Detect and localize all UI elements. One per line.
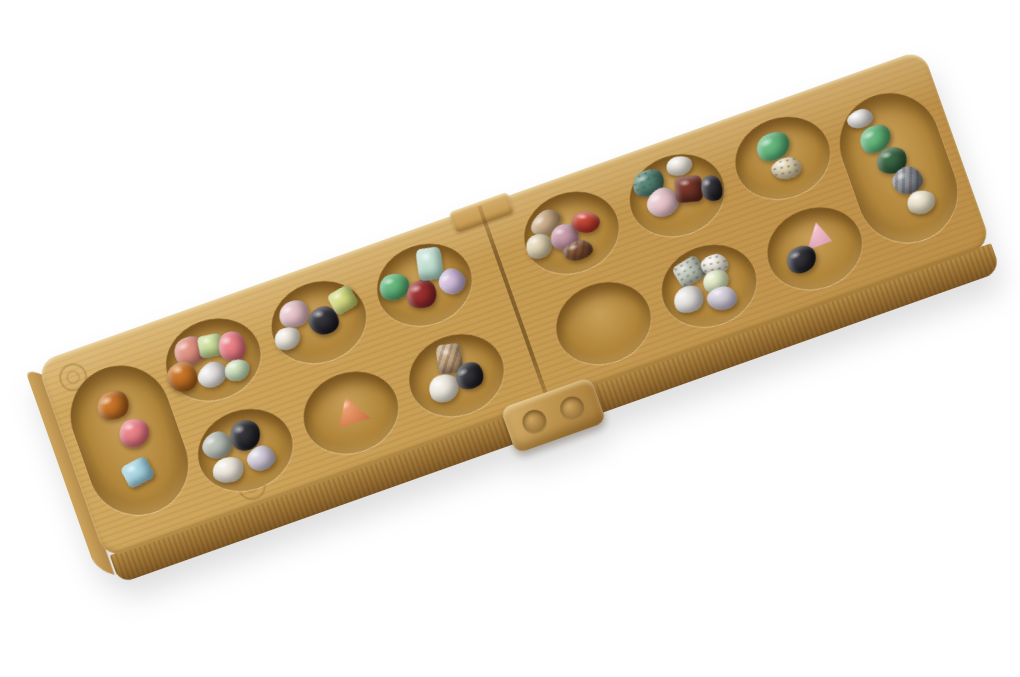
pit-b4[interactable] — [545, 269, 662, 376]
pits-left — [155, 231, 515, 504]
pit-b3[interactable] — [398, 322, 515, 429]
pit-t6[interactable] — [724, 104, 841, 211]
product-photo-stage — [0, 0, 1020, 677]
mancala-board — [36, 49, 992, 559]
stone-amber — [166, 361, 199, 394]
stone-grayspeck — [671, 254, 707, 289]
stone-palegreen — [223, 356, 252, 383]
stone-white — [664, 154, 693, 177]
pit-b6[interactable] — [756, 195, 873, 302]
stone-salmontri — [328, 390, 373, 432]
stone-cherry — [117, 417, 152, 450]
pit-t5[interactable] — [618, 142, 735, 249]
pit-t1[interactable] — [155, 306, 272, 413]
stone-red — [572, 211, 601, 233]
hinge-dowel-right — [557, 393, 588, 424]
pit-b5[interactable] — [651, 232, 768, 339]
hinge-dowel-left — [519, 406, 550, 437]
stone-maroon — [675, 175, 704, 203]
stone-ltblue — [120, 456, 156, 490]
pit-b2[interactable] — [292, 359, 409, 466]
pit-b1[interactable] — [187, 396, 304, 503]
pit-t3[interactable] — [366, 231, 483, 338]
pits-right — [513, 104, 873, 377]
pit-t2[interactable] — [260, 268, 377, 375]
stone-cherry — [214, 328, 249, 365]
stone-white — [272, 324, 304, 353]
pit-t4[interactable] — [513, 179, 630, 286]
stone-clear — [669, 281, 707, 317]
